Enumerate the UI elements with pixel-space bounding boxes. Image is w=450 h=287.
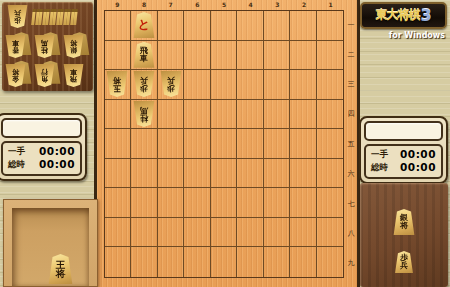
rank-label-六: 六 xyxy=(346,159,356,189)
square-2八[interactable] xyxy=(290,218,316,248)
square-1一[interactable] xyxy=(317,11,343,41)
square-8八[interactable] xyxy=(131,218,157,248)
file-label-2: 2 xyxy=(291,0,318,10)
square-6二[interactable] xyxy=(184,41,210,71)
sente-total-label: 総時 xyxy=(371,162,388,173)
square-5八[interactable] xyxy=(211,218,237,248)
square-3七[interactable] xyxy=(264,188,290,218)
sente-total-time: 00:00 xyxy=(400,161,436,174)
square-1二[interactable] xyxy=(317,41,343,71)
rank-label-九: 九 xyxy=(346,248,356,278)
file-label-1: 1 xyxy=(317,0,344,10)
square-3一[interactable] xyxy=(264,11,290,41)
square-9七[interactable] xyxy=(105,188,131,218)
square-8一[interactable] xyxy=(131,11,157,41)
square-2五[interactable] xyxy=(290,129,316,159)
square-8七[interactable] xyxy=(131,188,157,218)
gote-hand-金将[interactable]: 金将 xyxy=(5,63,32,87)
square-8九[interactable] xyxy=(131,247,157,277)
file-label-6: 6 xyxy=(184,0,211,10)
gote-hand-stand[interactable]: 歩兵 香車桂馬銀将金将角行飛車 xyxy=(2,2,93,91)
square-2四[interactable] xyxy=(290,100,316,130)
gote-total-time: 00:00 xyxy=(39,158,75,171)
square-9九[interactable] xyxy=(105,247,131,277)
board-grid xyxy=(104,10,344,278)
square-9一[interactable] xyxy=(105,11,131,41)
square-8三[interactable] xyxy=(131,70,157,100)
rank-label-七: 七 xyxy=(346,189,356,219)
square-5四[interactable] xyxy=(211,100,237,130)
app-logo: 東大将棋3 xyxy=(360,2,447,29)
square-6三[interactable] xyxy=(184,70,210,100)
square-8四[interactable] xyxy=(131,100,157,130)
square-9三[interactable] xyxy=(105,70,131,100)
piece-香車[interactable]: 香車 xyxy=(5,35,26,58)
square-4八[interactable] xyxy=(237,218,263,248)
square-1六[interactable] xyxy=(317,159,343,189)
board-file-labels: 987654321 xyxy=(104,0,344,10)
square-2七[interactable] xyxy=(290,188,316,218)
square-4九[interactable] xyxy=(237,247,263,277)
app-logo-number: 3 xyxy=(420,6,431,25)
square-5六[interactable] xyxy=(211,159,237,189)
rank-label-五: 五 xyxy=(346,129,356,159)
gote-name-field[interactable] xyxy=(1,118,82,138)
piece-銀将[interactable]: 銀将 xyxy=(63,35,84,58)
square-3四[interactable] xyxy=(264,100,290,130)
gote-move-label: 一手 xyxy=(8,146,25,157)
file-label-5: 5 xyxy=(211,0,238,10)
square-7六[interactable] xyxy=(158,159,184,189)
square-6五[interactable] xyxy=(184,129,210,159)
square-9八[interactable] xyxy=(105,218,131,248)
sente-move-time: 00:00 xyxy=(400,148,436,161)
square-5一[interactable] xyxy=(211,11,237,41)
file-label-4: 4 xyxy=(237,0,264,10)
square-7一[interactable] xyxy=(158,11,184,41)
square-2九[interactable] xyxy=(290,247,316,277)
square-1七[interactable] xyxy=(317,188,343,218)
square-6四[interactable] xyxy=(184,100,210,130)
file-label-3: 3 xyxy=(264,0,291,10)
square-5二[interactable] xyxy=(211,41,237,71)
square-7二[interactable] xyxy=(158,41,184,71)
square-6八[interactable] xyxy=(184,218,210,248)
piece-銀将[interactable]: 銀将 xyxy=(393,209,415,235)
piece-角行[interactable]: 角行 xyxy=(34,64,55,87)
piece-box[interactable]: 王将 xyxy=(3,199,98,287)
square-4三[interactable] xyxy=(237,70,263,100)
square-9四[interactable] xyxy=(105,100,131,130)
sente-name-field[interactable] xyxy=(364,121,443,141)
square-4六[interactable] xyxy=(237,159,263,189)
rank-label-四: 四 xyxy=(346,99,356,129)
gote-hand-香車[interactable]: 香車 xyxy=(5,34,32,58)
gote-hand-飛車[interactable]: 飛車 xyxy=(63,63,90,87)
logo-area: 東大将棋3 for Windows xyxy=(360,2,447,40)
square-8六[interactable] xyxy=(131,159,157,189)
piece-box-floor: 王将 xyxy=(12,208,89,286)
gote-hand-pawn-slot: 歩兵 xyxy=(7,5,28,28)
square-2一[interactable] xyxy=(290,11,316,41)
square-1九[interactable] xyxy=(317,247,343,277)
square-9六[interactable] xyxy=(105,159,131,189)
rank-label-一: 一 xyxy=(346,10,356,40)
gote-hand-角行[interactable]: 角行 xyxy=(34,63,61,87)
square-3二[interactable] xyxy=(264,41,290,71)
square-9二[interactable] xyxy=(105,41,131,71)
gote-pawn-stack xyxy=(32,9,78,25)
gote-total-label: 総時 xyxy=(8,159,25,170)
square-7九[interactable] xyxy=(158,247,184,277)
square-2六[interactable] xyxy=(290,159,316,189)
piece-桂馬[interactable]: 桂馬 xyxy=(34,35,55,58)
rank-label-二: 二 xyxy=(346,40,356,70)
file-label-7: 7 xyxy=(157,0,184,10)
board-rank-labels: 一二三四五六七八九 xyxy=(346,10,356,278)
pawn-stack-edge xyxy=(73,9,77,25)
square-5五[interactable] xyxy=(211,129,237,159)
square-4一[interactable] xyxy=(237,11,263,41)
square-1五[interactable] xyxy=(317,129,343,159)
square-4二[interactable] xyxy=(237,41,263,71)
square-3六[interactable] xyxy=(264,159,290,189)
piece-歩兵[interactable]: 歩兵 xyxy=(395,251,414,273)
app-subtitle: for Windows xyxy=(360,31,447,40)
square-8二[interactable] xyxy=(131,41,157,71)
sente-time-box: 一手 00:00 総時 00:00 xyxy=(364,144,443,179)
sente-hand-stand[interactable]: 銀将歩兵 xyxy=(360,183,448,287)
piece-王将[interactable]: 王将 xyxy=(48,254,73,284)
square-4四[interactable] xyxy=(237,100,263,130)
square-6七[interactable] xyxy=(184,188,210,218)
square-3八[interactable] xyxy=(264,218,290,248)
square-6九[interactable] xyxy=(184,247,210,277)
shogi-board: 987654321 一二三四五六七八九 と飛車玉将歩兵歩兵桂馬 xyxy=(94,0,360,287)
square-7七[interactable] xyxy=(158,188,184,218)
square-6一[interactable] xyxy=(184,11,210,41)
gote-hand-grid: 香車桂馬銀将金将角行飛車 xyxy=(4,32,91,89)
square-1三[interactable] xyxy=(317,70,343,100)
piece-歩兵[interactable]: 歩兵 xyxy=(7,5,28,28)
piece-金将[interactable]: 金将 xyxy=(5,64,26,87)
square-3九[interactable] xyxy=(264,247,290,277)
piece-飛車[interactable]: 飛車 xyxy=(63,64,84,87)
file-label-9: 9 xyxy=(104,0,131,10)
square-4五[interactable] xyxy=(237,129,263,159)
square-8五[interactable] xyxy=(131,129,157,159)
app-window: 987654321 一二三四五六七八九 と飛車玉将歩兵歩兵桂馬 歩兵 香車桂馬銀… xyxy=(0,0,450,287)
square-7四[interactable] xyxy=(158,100,184,130)
square-7三[interactable] xyxy=(158,70,184,100)
square-3五[interactable] xyxy=(264,129,290,159)
gote-hand-桂馬[interactable]: 桂馬 xyxy=(34,34,61,58)
file-label-8: 8 xyxy=(131,0,158,10)
gote-move-time: 00:00 xyxy=(39,145,75,158)
square-5九[interactable] xyxy=(211,247,237,277)
gote-clock-panel: 一手 00:00 総時 00:00 xyxy=(0,113,87,181)
gote-hand-銀将[interactable]: 銀将 xyxy=(63,34,90,58)
square-1八[interactable] xyxy=(317,218,343,248)
square-9五[interactable] xyxy=(105,129,131,159)
square-5三[interactable] xyxy=(211,70,237,100)
square-1四[interactable] xyxy=(317,100,343,130)
app-logo-text: 東大将棋 xyxy=(375,7,419,24)
square-6六[interactable] xyxy=(184,159,210,189)
square-2二[interactable] xyxy=(290,41,316,71)
square-2三[interactable] xyxy=(290,70,316,100)
sente-clock-panel: 一手 00:00 総時 00:00 xyxy=(359,116,448,184)
rank-label-八: 八 xyxy=(346,218,356,248)
gote-time-box: 一手 00:00 総時 00:00 xyxy=(1,141,82,176)
square-4七[interactable] xyxy=(237,188,263,218)
square-7五[interactable] xyxy=(158,129,184,159)
rank-label-三: 三 xyxy=(346,70,356,100)
square-7八[interactable] xyxy=(158,218,184,248)
square-3三[interactable] xyxy=(264,70,290,100)
square-5七[interactable] xyxy=(211,188,237,218)
sente-move-label: 一手 xyxy=(371,149,388,160)
